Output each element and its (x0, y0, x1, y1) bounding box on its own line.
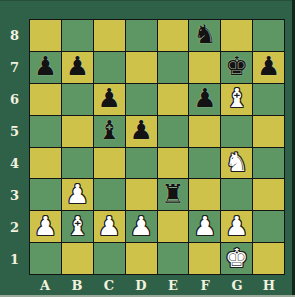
file-label-a: A (29, 275, 61, 295)
piece-white-pawn: ♟ (225, 213, 248, 239)
square-b5[interactable] (62, 116, 93, 147)
square-e8[interactable] (158, 20, 189, 51)
piece-white-pawn: ♟ (193, 213, 216, 239)
piece-white-bishop: ♝ (66, 213, 89, 239)
piece-black-pawn: ♟ (193, 85, 216, 111)
file-label-c: C (93, 275, 125, 295)
piece-black-pawn: ♟ (66, 53, 89, 79)
square-f6[interactable]: ♟ (189, 84, 220, 115)
square-a3[interactable] (30, 179, 61, 210)
square-f8[interactable]: ♞ (189, 20, 220, 51)
chess-diagram: 87654321 ♞♟♟♚♟♟♟♝♝♟♞♟♜♟♝♟♟♟♟♚ ABCDEFGH (0, 0, 295, 297)
square-c2[interactable]: ♟ (94, 211, 125, 242)
square-h1[interactable] (253, 243, 284, 274)
square-d8[interactable] (126, 20, 157, 51)
square-g7[interactable]: ♚ (221, 52, 252, 83)
square-h8[interactable] (253, 20, 284, 51)
square-a2[interactable]: ♟ (30, 211, 61, 242)
square-e2[interactable] (158, 211, 189, 242)
file-label-f: F (189, 275, 221, 295)
file-labels: ABCDEFGH (29, 275, 285, 295)
piece-black-rook: ♜ (161, 181, 184, 207)
square-a4[interactable] (30, 148, 61, 179)
square-g5[interactable] (221, 116, 252, 147)
rank-label-3: 3 (0, 179, 29, 211)
square-h2[interactable] (253, 211, 284, 242)
square-e6[interactable] (158, 84, 189, 115)
square-a7[interactable]: ♟ (30, 52, 61, 83)
square-c3[interactable] (94, 179, 125, 210)
file-label-d: D (125, 275, 157, 295)
square-f7[interactable] (189, 52, 220, 83)
piece-white-bishop: ♝ (225, 85, 248, 111)
square-c6[interactable]: ♟ (94, 84, 125, 115)
chess-board: ♞♟♟♚♟♟♟♝♝♟♞♟♜♟♝♟♟♟♟♚ (29, 19, 285, 275)
file-label-b: B (61, 275, 93, 295)
piece-black-knight: ♞ (193, 21, 216, 47)
square-f3[interactable] (189, 179, 220, 210)
piece-white-pawn: ♟ (34, 213, 57, 239)
square-c1[interactable] (94, 243, 125, 274)
square-h7[interactable]: ♟ (253, 52, 284, 83)
file-label-h: H (253, 275, 285, 295)
piece-black-pawn: ♟ (129, 117, 152, 143)
rank-label-8: 8 (0, 19, 29, 51)
rank-label-5: 5 (0, 115, 29, 147)
square-b6[interactable] (62, 84, 93, 115)
piece-white-king: ♚ (225, 245, 248, 271)
square-b3[interactable]: ♟ (62, 179, 93, 210)
square-d3[interactable] (126, 179, 157, 210)
rank-label-4: 4 (0, 147, 29, 179)
square-d4[interactable] (126, 148, 157, 179)
square-c4[interactable] (94, 148, 125, 179)
frame-bevel-right (292, 0, 295, 297)
rank-label-2: 2 (0, 211, 29, 243)
piece-white-knight: ♞ (225, 149, 248, 175)
square-f5[interactable] (189, 116, 220, 147)
square-e5[interactable] (158, 116, 189, 147)
square-g1[interactable]: ♚ (221, 243, 252, 274)
square-e1[interactable] (158, 243, 189, 274)
square-h3[interactable] (253, 179, 284, 210)
square-f2[interactable]: ♟ (189, 211, 220, 242)
square-f4[interactable] (189, 148, 220, 179)
square-a6[interactable] (30, 84, 61, 115)
piece-black-king: ♚ (225, 53, 248, 79)
square-e3[interactable]: ♜ (158, 179, 189, 210)
square-b7[interactable]: ♟ (62, 52, 93, 83)
square-c8[interactable] (94, 20, 125, 51)
piece-black-bishop: ♝ (98, 117, 121, 143)
file-label-g: G (221, 275, 253, 295)
square-b2[interactable]: ♝ (62, 211, 93, 242)
square-h6[interactable] (253, 84, 284, 115)
square-d2[interactable]: ♟ (126, 211, 157, 242)
rank-label-7: 7 (0, 51, 29, 83)
square-f1[interactable] (189, 243, 220, 274)
square-d1[interactable] (126, 243, 157, 274)
square-g8[interactable] (221, 20, 252, 51)
piece-white-pawn: ♟ (66, 181, 89, 207)
square-g2[interactable]: ♟ (221, 211, 252, 242)
square-a1[interactable] (30, 243, 61, 274)
piece-white-pawn: ♟ (129, 213, 152, 239)
square-b1[interactable] (62, 243, 93, 274)
piece-black-pawn: ♟ (34, 53, 57, 79)
square-h4[interactable] (253, 148, 284, 179)
square-g4[interactable]: ♞ (221, 148, 252, 179)
square-b4[interactable] (62, 148, 93, 179)
piece-black-pawn: ♟ (98, 85, 121, 111)
square-d6[interactable] (126, 84, 157, 115)
square-d5[interactable]: ♟ (126, 116, 157, 147)
square-e4[interactable] (158, 148, 189, 179)
square-d7[interactable] (126, 52, 157, 83)
square-c7[interactable] (94, 52, 125, 83)
rank-label-1: 1 (0, 243, 29, 275)
file-label-e: E (157, 275, 189, 295)
square-h5[interactable] (253, 116, 284, 147)
square-b8[interactable] (62, 20, 93, 51)
square-a8[interactable] (30, 20, 61, 51)
rank-labels: 87654321 (0, 19, 29, 275)
square-e7[interactable] (158, 52, 189, 83)
rank-label-6: 6 (0, 83, 29, 115)
square-g3[interactable] (221, 179, 252, 210)
frame-bevel-top (0, 0, 295, 1)
square-g6[interactable]: ♝ (221, 84, 252, 115)
piece-white-pawn: ♟ (98, 213, 121, 239)
square-a5[interactable] (30, 116, 61, 147)
piece-black-pawn: ♟ (257, 53, 280, 79)
square-c5[interactable]: ♝ (94, 116, 125, 147)
